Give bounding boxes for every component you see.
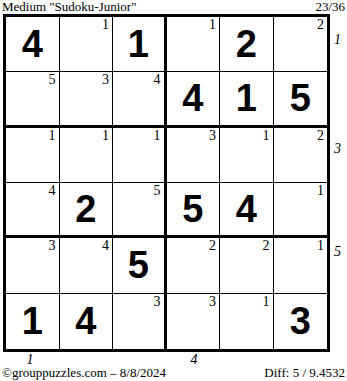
- sudoku-cell[interactable]: 1: [6, 128, 60, 183]
- cell-pencil-mark: 3: [209, 295, 216, 309]
- sudoku-cell[interactable]: 4: [6, 17, 60, 72]
- footer-copyright: ©grouppuzzles.com – 8/8/2024: [2, 366, 166, 379]
- sudoku-cell[interactable]: 2: [274, 17, 328, 72]
- sudoku-cell[interactable]: 3: [113, 294, 167, 349]
- sudoku-cell[interactable]: 4: [60, 294, 114, 349]
- cell-pencil-mark: 4: [102, 239, 109, 253]
- cell-pencil-mark: 1: [209, 18, 216, 32]
- sudoku-cell[interactable]: 5: [274, 72, 328, 127]
- cell-pencil-mark: 1: [263, 295, 270, 309]
- sudoku-board: 411122534415111312425541345221143313: [3, 14, 330, 352]
- cell-pencil-mark: 5: [49, 73, 56, 87]
- page-title: Medium "Sudoku-Junior": [2, 0, 136, 13]
- cell-given-digit: 1: [6, 294, 59, 349]
- row-label-5: 5: [334, 245, 346, 259]
- cell-pencil-mark: 2: [263, 239, 270, 253]
- sudoku-cell[interactable]: 1: [60, 128, 114, 183]
- row-label-1: 1: [334, 33, 346, 47]
- sudoku-cell[interactable]: 3: [274, 294, 328, 349]
- sudoku-cell[interactable]: 2: [60, 183, 114, 238]
- sudoku-cell[interactable]: 3: [60, 72, 114, 127]
- cell-pencil-mark: 1: [102, 18, 109, 32]
- cell-counter: 23/36: [315, 0, 345, 13]
- cell-pencil-mark: 3: [209, 129, 216, 143]
- sudoku-cell[interactable]: 1: [274, 238, 328, 293]
- sudoku-cell[interactable]: 1: [274, 183, 328, 238]
- sudoku-cell[interactable]: 4: [6, 183, 60, 238]
- sudoku-cell[interactable]: 1: [6, 294, 60, 349]
- sudoku-cell[interactable]: 1: [220, 294, 274, 349]
- sudoku-cell[interactable]: 2: [274, 128, 328, 183]
- sudoku-cell[interactable]: 2: [220, 238, 274, 293]
- cell-given-digit: 4: [6, 17, 59, 71]
- sudoku-cell[interactable]: 3: [167, 294, 221, 349]
- sudoku-cell[interactable]: 5: [113, 238, 167, 293]
- sudoku-cell[interactable]: 5: [167, 183, 221, 238]
- cell-pencil-mark: 1: [317, 239, 324, 253]
- sudoku-cell[interactable]: 1: [113, 17, 167, 72]
- cell-pencil-mark: 4: [154, 73, 161, 87]
- sudoku-cell[interactable]: 3: [6, 238, 60, 293]
- sudoku-cell[interactable]: 4: [220, 183, 274, 238]
- cell-given-digit: 4: [167, 72, 220, 124]
- cell-pencil-mark: 4: [49, 184, 56, 198]
- cell-given-digit: 1: [113, 17, 164, 71]
- cell-pencil-mark: 2: [317, 18, 324, 32]
- sudoku-cell[interactable]: 1: [167, 17, 221, 72]
- puzzle-page: Medium "Sudoku-Junior" 23/36 41112253441…: [0, 0, 347, 381]
- footer: ©grouppuzzles.com – 8/8/2024 Diff: 5 / 9…: [2, 366, 345, 379]
- cell-given-digit: 2: [60, 183, 113, 235]
- sudoku-cell[interactable]: 1: [60, 17, 114, 72]
- sudoku-cell[interactable]: 5: [6, 72, 60, 127]
- cell-pencil-mark: 3: [154, 295, 161, 309]
- sudoku-cell[interactable]: 4: [113, 72, 167, 127]
- header: Medium "Sudoku-Junior" 23/36: [2, 0, 345, 13]
- sudoku-cell[interactable]: 2: [220, 17, 274, 72]
- cell-pencil-mark: 1: [317, 184, 324, 198]
- sudoku-cell[interactable]: 1: [220, 72, 274, 127]
- sudoku-cell[interactable]: 1: [220, 128, 274, 183]
- cell-given-digit: 2: [220, 17, 273, 71]
- col-label-4: 4: [188, 353, 200, 367]
- cell-given-digit: 4: [60, 294, 113, 349]
- cell-pencil-mark: 1: [263, 129, 270, 143]
- footer-difficulty: Diff: 5 / 9.4532: [264, 366, 345, 379]
- sudoku-cell[interactable]: 2: [167, 238, 221, 293]
- sudoku-cell[interactable]: 1: [113, 128, 167, 183]
- cell-pencil-mark: 1: [154, 129, 161, 143]
- cell-given-digit: 5: [167, 183, 220, 235]
- cell-pencil-mark: 2: [209, 239, 216, 253]
- sudoku-cell[interactable]: 5: [113, 183, 167, 238]
- sudoku-cell[interactable]: 3: [167, 128, 221, 183]
- cell-given-digit: 5: [274, 72, 328, 124]
- cell-pencil-mark: 2: [317, 129, 324, 143]
- cell-given-digit: 4: [220, 183, 273, 235]
- cell-given-digit: 5: [113, 238, 164, 292]
- sudoku-cell[interactable]: 4: [60, 238, 114, 293]
- row-label-3: 3: [334, 142, 346, 156]
- cell-pencil-mark: 5: [154, 184, 161, 198]
- cell-given-digit: 3: [274, 294, 328, 349]
- cell-pencil-mark: 1: [49, 129, 56, 143]
- sudoku-cell[interactable]: 4: [167, 72, 221, 127]
- cell-pencil-mark: 3: [49, 239, 56, 253]
- cell-pencil-mark: 3: [102, 73, 109, 87]
- cell-pencil-mark: 1: [102, 129, 109, 143]
- cell-given-digit: 1: [220, 72, 273, 124]
